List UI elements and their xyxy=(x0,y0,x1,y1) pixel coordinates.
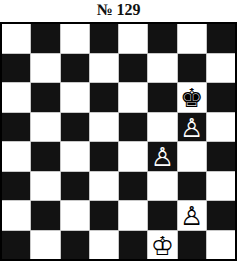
square-d3 xyxy=(90,172,118,201)
square-f5 xyxy=(148,113,176,142)
square-b4 xyxy=(31,142,59,171)
square-f2 xyxy=(148,201,176,230)
square-h2 xyxy=(207,201,235,230)
square-e5 xyxy=(119,113,147,142)
square-c2 xyxy=(61,201,89,230)
square-f1: ♔ xyxy=(148,231,176,260)
square-f6 xyxy=(148,83,176,112)
square-h3 xyxy=(207,172,235,201)
square-a4 xyxy=(2,142,30,171)
square-b2 xyxy=(31,201,59,230)
square-g8 xyxy=(178,24,206,53)
square-a3 xyxy=(2,172,30,201)
square-a2 xyxy=(2,201,30,230)
square-h6 xyxy=(207,83,235,112)
square-h4 xyxy=(207,142,235,171)
square-b6 xyxy=(31,83,59,112)
square-f8 xyxy=(148,24,176,53)
white-pawn: ♙ xyxy=(151,144,174,170)
square-e6 xyxy=(119,83,147,112)
square-g7 xyxy=(178,54,206,83)
square-d6 xyxy=(90,83,118,112)
square-d1 xyxy=(90,231,118,260)
square-a5 xyxy=(2,113,30,142)
square-a6 xyxy=(2,83,30,112)
square-b1 xyxy=(31,231,59,260)
square-c7 xyxy=(61,54,89,83)
square-f4: ♙ xyxy=(148,142,176,171)
square-h8 xyxy=(207,24,235,53)
white-pawn: ♙ xyxy=(180,115,203,141)
square-d4 xyxy=(90,142,118,171)
square-g6: ♚ xyxy=(178,83,206,112)
square-h5 xyxy=(207,113,235,142)
square-a8 xyxy=(2,24,30,53)
black-king: ♚ xyxy=(180,85,203,111)
square-e2 xyxy=(119,201,147,230)
square-c1 xyxy=(61,231,89,260)
square-a7 xyxy=(2,54,30,83)
square-b3 xyxy=(31,172,59,201)
square-d7 xyxy=(90,54,118,83)
square-g3 xyxy=(178,172,206,201)
square-h7 xyxy=(207,54,235,83)
puzzle-title: № 129 xyxy=(0,0,237,22)
white-pawn: ♙ xyxy=(180,203,203,229)
square-c3 xyxy=(61,172,89,201)
square-h1 xyxy=(207,231,235,260)
white-king: ♔ xyxy=(151,233,174,259)
square-d5 xyxy=(90,113,118,142)
puzzle-page: № 129 ♚♙♙♙♔ xyxy=(0,0,237,261)
square-g1 xyxy=(178,231,206,260)
square-b5 xyxy=(31,113,59,142)
square-e1 xyxy=(119,231,147,260)
square-c6 xyxy=(61,83,89,112)
square-e8 xyxy=(119,24,147,53)
square-g5: ♙ xyxy=(178,113,206,142)
square-e4 xyxy=(119,142,147,171)
square-c8 xyxy=(61,24,89,53)
square-c4 xyxy=(61,142,89,171)
square-c5 xyxy=(61,113,89,142)
square-f7 xyxy=(148,54,176,83)
square-d8 xyxy=(90,24,118,53)
square-f3 xyxy=(148,172,176,201)
square-b7 xyxy=(31,54,59,83)
square-e7 xyxy=(119,54,147,83)
square-g2: ♙ xyxy=(178,201,206,230)
square-d2 xyxy=(90,201,118,230)
square-e3 xyxy=(119,172,147,201)
square-g4 xyxy=(178,142,206,171)
square-b8 xyxy=(31,24,59,53)
square-a1 xyxy=(2,231,30,260)
chess-board: ♚♙♙♙♔ xyxy=(0,22,237,261)
